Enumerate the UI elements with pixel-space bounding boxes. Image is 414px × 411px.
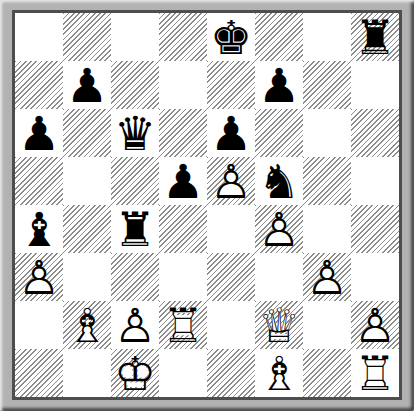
- square-b7[interactable]: ♟: [63, 61, 111, 109]
- white-bishop-b2[interactable]: ♝♗: [63, 301, 111, 349]
- white-king-glyph: ♔: [111, 350, 159, 397]
- white-pawn-a3[interactable]: ♟♙: [15, 253, 63, 301]
- square-b5[interactable]: [63, 157, 111, 205]
- black-pawn-e6[interactable]: ♟: [207, 109, 255, 157]
- white-bishop-glyph: ♗: [255, 350, 303, 397]
- square-f2[interactable]: ♛♕: [255, 301, 303, 349]
- square-c2[interactable]: ♟♙: [111, 301, 159, 349]
- black-pawn-glyph: ♟: [159, 158, 207, 205]
- square-e1[interactable]: [207, 349, 255, 397]
- white-rook-h1[interactable]: ♜♖: [351, 349, 399, 397]
- square-b4[interactable]: [63, 205, 111, 253]
- white-king-c1[interactable]: ♚♔: [111, 349, 159, 397]
- square-e4[interactable]: [207, 205, 255, 253]
- black-bishop-a4[interactable]: ♝: [15, 205, 63, 253]
- square-b3[interactable]: [63, 253, 111, 301]
- square-e2[interactable]: [207, 301, 255, 349]
- square-d7[interactable]: [159, 61, 207, 109]
- black-king-e8[interactable]: ♚: [207, 13, 255, 61]
- square-c5[interactable]: [111, 157, 159, 205]
- black-king-glyph: ♚: [207, 14, 255, 61]
- square-a6[interactable]: ♟: [15, 109, 63, 157]
- square-b8[interactable]: [63, 13, 111, 61]
- square-c8[interactable]: [111, 13, 159, 61]
- square-g6[interactable]: [303, 109, 351, 157]
- white-rook-glyph: ♖: [351, 350, 399, 397]
- black-pawn-d5[interactable]: ♟: [159, 157, 207, 205]
- black-rook-h8[interactable]: ♜: [351, 13, 399, 61]
- square-h3[interactable]: [351, 253, 399, 301]
- square-f4[interactable]: ♟♙: [255, 205, 303, 253]
- white-queen-glyph: ♕: [255, 302, 303, 349]
- square-e5[interactable]: ♟♙: [207, 157, 255, 205]
- square-g4[interactable]: [303, 205, 351, 253]
- square-d6[interactable]: [159, 109, 207, 157]
- square-e3[interactable]: [207, 253, 255, 301]
- square-f7[interactable]: ♟: [255, 61, 303, 109]
- square-a7[interactable]: [15, 61, 63, 109]
- black-rook-glyph: ♜: [111, 206, 159, 253]
- white-rook-glyph: ♖: [159, 302, 207, 349]
- white-bishop-f1[interactable]: ♝♗: [255, 349, 303, 397]
- black-pawn-glyph: ♟: [15, 110, 63, 157]
- white-pawn-glyph: ♙: [351, 302, 399, 349]
- square-g2[interactable]: [303, 301, 351, 349]
- square-c1[interactable]: ♚♔: [111, 349, 159, 397]
- square-h8[interactable]: ♜: [351, 13, 399, 61]
- square-g8[interactable]: [303, 13, 351, 61]
- white-pawn-glyph: ♙: [255, 206, 303, 253]
- square-g1[interactable]: [303, 349, 351, 397]
- chess-diagram: ♚♜♟♟♟♛♟♟♟♙♞♝♜♟♙♟♙♟♙♝♗♟♙♜♖♛♕♟♙♚♔♝♗♜♖: [0, 0, 414, 411]
- square-a2[interactable]: [15, 301, 63, 349]
- square-f5[interactable]: ♞: [255, 157, 303, 205]
- square-c3[interactable]: [111, 253, 159, 301]
- square-a8[interactable]: [15, 13, 63, 61]
- square-h2[interactable]: ♟♙: [351, 301, 399, 349]
- square-d3[interactable]: [159, 253, 207, 301]
- black-queen-c6[interactable]: ♛: [111, 109, 159, 157]
- black-pawn-glyph: ♟: [255, 62, 303, 109]
- white-pawn-glyph: ♙: [207, 158, 255, 205]
- square-b1[interactable]: [63, 349, 111, 397]
- square-b6[interactable]: [63, 109, 111, 157]
- chess-board: ♚♜♟♟♟♛♟♟♟♙♞♝♜♟♙♟♙♟♙♝♗♟♙♜♖♛♕♟♙♚♔♝♗♜♖: [12, 10, 402, 400]
- square-d8[interactable]: [159, 13, 207, 61]
- black-pawn-b7[interactable]: ♟: [63, 61, 111, 109]
- square-g5[interactable]: [303, 157, 351, 205]
- black-knight-f5[interactable]: ♞: [255, 157, 303, 205]
- square-c7[interactable]: [111, 61, 159, 109]
- square-h4[interactable]: [351, 205, 399, 253]
- white-rook-d2[interactable]: ♜♖: [159, 301, 207, 349]
- square-e6[interactable]: ♟: [207, 109, 255, 157]
- white-pawn-h2[interactable]: ♟♙: [351, 301, 399, 349]
- square-a1[interactable]: [15, 349, 63, 397]
- black-knight-glyph: ♞: [255, 158, 303, 205]
- square-g7[interactable]: [303, 61, 351, 109]
- square-d2[interactable]: ♜♖: [159, 301, 207, 349]
- square-a5[interactable]: [15, 157, 63, 205]
- square-d1[interactable]: [159, 349, 207, 397]
- black-rook-glyph: ♜: [351, 14, 399, 61]
- black-pawn-f7[interactable]: ♟: [255, 61, 303, 109]
- square-d4[interactable]: [159, 205, 207, 253]
- square-h5[interactable]: [351, 157, 399, 205]
- white-bishop-glyph: ♗: [63, 302, 111, 349]
- square-c4[interactable]: ♜: [111, 205, 159, 253]
- square-h1[interactable]: ♜♖: [351, 349, 399, 397]
- square-f3[interactable]: [255, 253, 303, 301]
- square-a4[interactable]: ♝: [15, 205, 63, 253]
- black-queen-glyph: ♛: [111, 110, 159, 157]
- white-pawn-f4[interactable]: ♟♙: [255, 205, 303, 253]
- square-f1[interactable]: ♝♗: [255, 349, 303, 397]
- square-f6[interactable]: [255, 109, 303, 157]
- white-pawn-g3[interactable]: ♟♙: [303, 253, 351, 301]
- white-pawn-glyph: ♙: [303, 254, 351, 301]
- white-queen-f2[interactable]: ♛♕: [255, 301, 303, 349]
- square-f8[interactable]: [255, 13, 303, 61]
- black-rook-c4[interactable]: ♜: [111, 205, 159, 253]
- square-h6[interactable]: [351, 109, 399, 157]
- square-e8[interactable]: ♚: [207, 13, 255, 61]
- square-e7[interactable]: [207, 61, 255, 109]
- board-frame: ♚♜♟♟♟♛♟♟♟♙♞♝♜♟♙♟♙♟♙♝♗♟♙♜♖♛♕♟♙♚♔♝♗♜♖: [0, 0, 414, 411]
- white-pawn-glyph: ♙: [111, 302, 159, 349]
- square-h7[interactable]: [351, 61, 399, 109]
- black-pawn-a6[interactable]: ♟: [15, 109, 63, 157]
- square-a3[interactable]: ♟♙: [15, 253, 63, 301]
- black-bishop-glyph: ♝: [15, 206, 63, 253]
- square-b2[interactable]: ♝♗: [63, 301, 111, 349]
- square-c6[interactable]: ♛: [111, 109, 159, 157]
- square-g3[interactable]: ♟♙: [303, 253, 351, 301]
- black-pawn-glyph: ♟: [207, 110, 255, 157]
- square-d5[interactable]: ♟: [159, 157, 207, 205]
- white-pawn-e5[interactable]: ♟♙: [207, 157, 255, 205]
- black-pawn-glyph: ♟: [63, 62, 111, 109]
- white-pawn-glyph: ♙: [15, 254, 63, 301]
- white-pawn-c2[interactable]: ♟♙: [111, 301, 159, 349]
